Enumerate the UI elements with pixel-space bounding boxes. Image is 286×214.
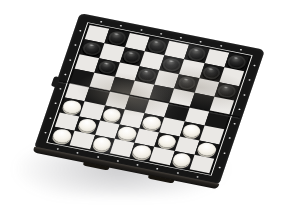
frame-dot xyxy=(248,79,250,81)
piece-highlight xyxy=(232,56,239,60)
piece-highlight xyxy=(192,48,199,52)
frame-dot xyxy=(79,30,81,32)
square-r8c8 xyxy=(189,155,214,174)
piece-highlight xyxy=(98,138,105,142)
frame-dot xyxy=(137,164,139,166)
piece-highlight xyxy=(113,32,120,36)
frame-dot xyxy=(253,65,255,67)
frame-dot xyxy=(223,152,225,154)
piece-highlight xyxy=(108,109,115,113)
frame-dot xyxy=(240,49,242,51)
piece-highlight xyxy=(68,101,75,105)
frame-dot xyxy=(74,44,76,46)
frame-dot xyxy=(228,137,230,139)
piece-highlight xyxy=(142,69,149,73)
piece-highlight xyxy=(128,51,135,55)
frame-dot xyxy=(238,108,240,110)
piece-highlight xyxy=(187,125,194,129)
frame-dot xyxy=(97,156,99,158)
frame-dot xyxy=(200,41,202,43)
frame-dot xyxy=(54,102,56,104)
frame-dot xyxy=(176,172,178,174)
frame-dot xyxy=(220,45,222,47)
frame-dot xyxy=(100,21,102,23)
frame-dot xyxy=(218,166,220,168)
piece-highlight xyxy=(167,59,174,63)
piece-highlight xyxy=(138,146,145,150)
piece-highlight xyxy=(123,128,130,132)
piece-highlight xyxy=(222,85,229,89)
frame-dot xyxy=(156,168,158,170)
piece-highlight xyxy=(83,120,90,124)
piece-highlight xyxy=(152,40,159,44)
piece-highlight xyxy=(202,144,209,148)
frame-dot xyxy=(140,29,142,31)
frame-dot xyxy=(57,148,59,150)
frame-dot xyxy=(59,88,61,90)
frame-dot xyxy=(64,73,66,75)
frame-dot xyxy=(120,25,122,27)
frame-dot xyxy=(77,152,79,154)
frame-dot xyxy=(196,176,198,178)
piece-highlight xyxy=(177,154,184,158)
piece-highlight xyxy=(58,130,65,134)
frame-dot xyxy=(180,37,182,39)
frame-dot xyxy=(233,123,235,125)
product-photo xyxy=(0,0,286,214)
piece-highlight xyxy=(103,61,110,65)
piece-highlight xyxy=(162,136,169,140)
piece-highlight xyxy=(148,117,155,121)
frame-dot xyxy=(44,132,46,134)
frame-dot xyxy=(117,160,119,162)
frame-dot xyxy=(69,59,71,61)
frame-dot xyxy=(160,33,162,35)
piece-highlight xyxy=(207,67,214,71)
frame-dot xyxy=(49,117,51,119)
piece-highlight xyxy=(88,43,95,47)
piece-highlight xyxy=(182,77,189,81)
frame-dot xyxy=(243,94,245,96)
